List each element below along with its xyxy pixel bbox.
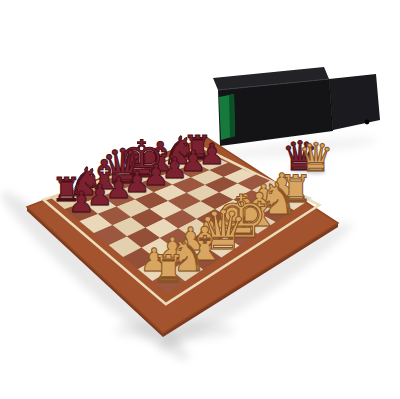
white-rook-a1: ♜ [150, 251, 188, 289]
box-felt-shadow [229, 94, 235, 138]
box-finger-hole [365, 120, 370, 125]
black-pawn-a7: ♟ [67, 188, 96, 217]
scene: ♜♞♝♛♚♝♞♜♟♟♟♟♟♟♟♟♟♟♟♟♟♟♟♟♜♞♝♛♚♝♞♜♛♛ [0, 0, 400, 399]
box-lid [329, 74, 380, 130]
